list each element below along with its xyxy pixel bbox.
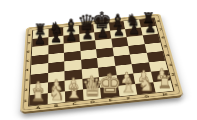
- square-d7[interactable]: ♟: [79, 32, 95, 42]
- square-e7[interactable]: ♟: [94, 31, 111, 41]
- black-pawn[interactable]: ♟: [128, 23, 140, 36]
- black-pawn[interactable]: ♟: [50, 31, 62, 44]
- black-pawn[interactable]: ♟: [66, 29, 78, 42]
- square-f1[interactable]: ♝: [118, 84, 138, 97]
- square-g5[interactable]: [128, 44, 146, 55]
- white-rook[interactable]: ♜: [157, 75, 172, 92]
- square-d5[interactable]: [80, 49, 97, 60]
- square-d4[interactable]: [81, 58, 98, 69]
- square-b1[interactable]: ♞: [47, 91, 65, 104]
- square-h7[interactable]: ♟: [140, 26, 158, 36]
- white-bishop[interactable]: ♝: [119, 75, 137, 95]
- square-d1[interactable]: ♛: [83, 87, 102, 100]
- square-b5[interactable]: [48, 52, 64, 63]
- white-rook[interactable]: ♜: [31, 88, 46, 105]
- square-a1[interactable]: ♜: [29, 93, 47, 106]
- board-grid: ♜♞♝♛♚♝♞♜♟♟♟♟♟♟♟♟♟♟♟♟♟♟♟♟♜♞♝♛♚♝♞♜: [29, 18, 173, 106]
- square-g7[interactable]: ♟: [125, 27, 142, 37]
- black-pawn[interactable]: ♟: [81, 28, 93, 41]
- chess-board: ♜♞♝♛♚♝♞♜♟♟♟♟♟♟♟♟♟♟♟♟♟♟♟♟♜♞♝♛♚♝♞♜ ABCDEFG…: [20, 14, 183, 113]
- white-queen[interactable]: ♛: [81, 75, 103, 100]
- black-pawn[interactable]: ♟: [113, 25, 125, 38]
- square-c7[interactable]: ♟: [64, 34, 80, 44]
- square-b7[interactable]: ♟: [48, 35, 64, 45]
- square-a7[interactable]: ♟: [32, 37, 48, 47]
- white-knight[interactable]: ♞: [138, 75, 155, 94]
- square-g1[interactable]: ♞: [135, 82, 155, 95]
- white-knight[interactable]: ♞: [48, 84, 65, 103]
- black-pawn[interactable]: ♟: [144, 21, 156, 34]
- square-h1[interactable]: ♜: [153, 80, 173, 92]
- black-pawn[interactable]: ♟: [34, 33, 46, 46]
- black-pawn[interactable]: ♟: [97, 26, 109, 39]
- chess-set-photo: ♜♞♝♛♚♝♞♜♟♟♟♟♟♟♟♟♟♟♟♟♟♟♟♟♜♞♝♛♚♝♞♜ ABCDEFG…: [0, 0, 197, 120]
- square-f7[interactable]: ♟: [110, 29, 127, 39]
